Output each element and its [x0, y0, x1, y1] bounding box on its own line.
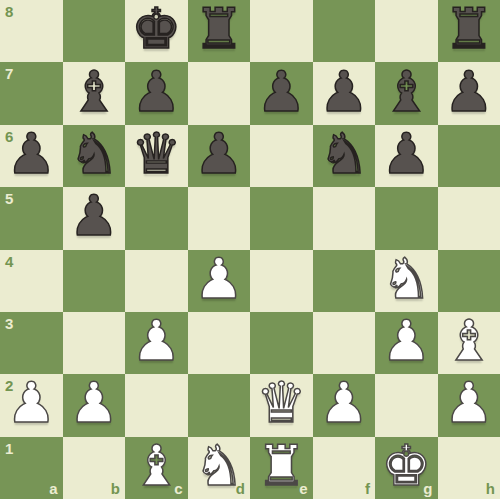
rank-label-4: 4: [5, 254, 13, 269]
white-pawn-piece[interactable]: ♟: [444, 375, 494, 431]
square-d4[interactable]: ♟: [188, 250, 251, 312]
square-e6[interactable]: [250, 125, 313, 187]
square-a1[interactable]: 1a: [0, 437, 63, 499]
square-b8[interactable]: [63, 0, 126, 62]
white-king-piece[interactable]: ♚: [381, 438, 431, 494]
square-e8[interactable]: [250, 0, 313, 62]
square-c3[interactable]: ♟: [125, 312, 188, 374]
square-a7[interactable]: 7: [0, 62, 63, 124]
square-e3[interactable]: [250, 312, 313, 374]
square-h1[interactable]: h: [438, 437, 500, 499]
black-pawn-piece[interactable]: ♟: [69, 188, 119, 244]
square-a8[interactable]: 8: [0, 0, 63, 62]
square-a3[interactable]: 3: [0, 312, 63, 374]
square-h8[interactable]: ♜: [438, 0, 500, 62]
rank-label-8: 8: [5, 4, 13, 19]
black-knight-piece[interactable]: ♞: [69, 126, 119, 182]
black-knight-piece[interactable]: ♞: [319, 126, 369, 182]
square-b3[interactable]: [63, 312, 126, 374]
square-h6[interactable]: [438, 125, 500, 187]
square-d1[interactable]: d♞: [188, 437, 251, 499]
file-label-b: b: [111, 481, 120, 496]
square-g1[interactable]: g♚: [375, 437, 438, 499]
square-d6[interactable]: ♟: [188, 125, 251, 187]
square-f6[interactable]: ♞: [313, 125, 376, 187]
square-c5[interactable]: [125, 187, 188, 249]
square-f5[interactable]: [313, 187, 376, 249]
black-pawn-piece[interactable]: ♟: [381, 126, 431, 182]
square-h4[interactable]: [438, 250, 500, 312]
black-queen-piece[interactable]: ♛: [131, 126, 181, 182]
white-pawn-piece[interactable]: ♟: [319, 375, 369, 431]
square-a5[interactable]: 5: [0, 187, 63, 249]
square-f2[interactable]: ♟: [313, 374, 376, 436]
square-g4[interactable]: ♞: [375, 250, 438, 312]
square-b1[interactable]: b: [63, 437, 126, 499]
square-f8[interactable]: [313, 0, 376, 62]
square-b4[interactable]: [63, 250, 126, 312]
black-bishop-piece[interactable]: ♝: [381, 64, 431, 120]
white-knight-piece[interactable]: ♞: [381, 251, 431, 307]
white-bishop-piece[interactable]: ♝: [444, 313, 494, 369]
square-g6[interactable]: ♟: [375, 125, 438, 187]
black-rook-piece[interactable]: ♜: [194, 1, 244, 57]
square-e2[interactable]: ♛: [250, 374, 313, 436]
white-pawn-piece[interactable]: ♟: [69, 375, 119, 431]
white-pawn-piece[interactable]: ♟: [131, 313, 181, 369]
square-b6[interactable]: ♞: [63, 125, 126, 187]
black-pawn-piece[interactable]: ♟: [444, 64, 494, 120]
square-g7[interactable]: ♝: [375, 62, 438, 124]
white-queen-piece[interactable]: ♛: [256, 375, 306, 431]
square-h2[interactable]: ♟: [438, 374, 500, 436]
black-pawn-piece[interactable]: ♟: [6, 126, 56, 182]
black-rook-piece[interactable]: ♜: [444, 1, 494, 57]
white-pawn-piece[interactable]: ♟: [6, 375, 56, 431]
black-pawn-piece[interactable]: ♟: [319, 64, 369, 120]
square-d8[interactable]: ♜: [188, 0, 251, 62]
square-h7[interactable]: ♟: [438, 62, 500, 124]
white-pawn-piece[interactable]: ♟: [194, 251, 244, 307]
square-d2[interactable]: [188, 374, 251, 436]
square-b5[interactable]: ♟: [63, 187, 126, 249]
white-pawn-piece[interactable]: ♟: [381, 313, 431, 369]
square-b7[interactable]: ♝: [63, 62, 126, 124]
square-g2[interactable]: [375, 374, 438, 436]
square-c8[interactable]: ♚: [125, 0, 188, 62]
black-king-piece[interactable]: ♚: [131, 1, 181, 57]
square-a4[interactable]: 4: [0, 250, 63, 312]
square-g5[interactable]: [375, 187, 438, 249]
square-c7[interactable]: ♟: [125, 62, 188, 124]
square-d3[interactable]: [188, 312, 251, 374]
square-f1[interactable]: f: [313, 437, 376, 499]
chess-board: 8♚♜♜7♝♟♟♟♝♟6♟♞♛♟♞♟5♟4♟♞3♟♟♝2♟♟♛♟♟1abc♝d♞…: [0, 0, 500, 499]
square-e5[interactable]: [250, 187, 313, 249]
file-label-a: a: [49, 481, 57, 496]
square-c1[interactable]: c♝: [125, 437, 188, 499]
white-knight-piece[interactable]: ♞: [194, 438, 244, 494]
black-pawn-piece[interactable]: ♟: [256, 64, 306, 120]
square-a6[interactable]: 6♟: [0, 125, 63, 187]
square-b2[interactable]: ♟: [63, 374, 126, 436]
rank-label-7: 7: [5, 66, 13, 81]
rank-label-5: 5: [5, 191, 13, 206]
square-f3[interactable]: [313, 312, 376, 374]
square-c2[interactable]: [125, 374, 188, 436]
rank-label-1: 1: [5, 441, 13, 456]
square-e1[interactable]: e♜: [250, 437, 313, 499]
square-f7[interactable]: ♟: [313, 62, 376, 124]
square-g8[interactable]: [375, 0, 438, 62]
white-bishop-piece[interactable]: ♝: [131, 438, 181, 494]
white-rook-piece[interactable]: ♜: [256, 438, 306, 494]
square-g3[interactable]: ♟: [375, 312, 438, 374]
square-c6[interactable]: ♛: [125, 125, 188, 187]
square-f4[interactable]: [313, 250, 376, 312]
rank-label-3: 3: [5, 316, 13, 331]
square-d5[interactable]: [188, 187, 251, 249]
square-d7[interactable]: [188, 62, 251, 124]
square-h5[interactable]: [438, 187, 500, 249]
black-pawn-piece[interactable]: ♟: [131, 64, 181, 120]
square-h3[interactable]: ♝: [438, 312, 500, 374]
square-e7[interactable]: ♟: [250, 62, 313, 124]
square-c4[interactable]: [125, 250, 188, 312]
black-pawn-piece[interactable]: ♟: [194, 126, 244, 182]
black-bishop-piece[interactable]: ♝: [69, 64, 119, 120]
square-a2[interactable]: 2♟: [0, 374, 63, 436]
file-label-f: f: [365, 481, 370, 496]
square-e4[interactable]: [250, 250, 313, 312]
file-label-h: h: [486, 481, 495, 496]
